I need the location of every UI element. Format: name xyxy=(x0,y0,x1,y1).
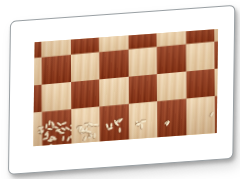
board-square xyxy=(128,47,157,77)
board-square xyxy=(42,82,71,112)
board-square xyxy=(71,79,100,109)
board-square xyxy=(215,68,218,96)
rice-grain xyxy=(84,135,88,140)
rice-grain xyxy=(66,136,70,141)
board-square xyxy=(157,44,186,74)
page-background xyxy=(0,0,240,179)
board-square xyxy=(70,52,99,82)
board-square xyxy=(186,42,215,72)
board-square xyxy=(33,41,41,59)
board-square xyxy=(100,104,129,146)
rice-grain xyxy=(57,129,62,133)
rice-grain xyxy=(56,122,61,126)
rice-grain xyxy=(50,144,55,147)
rice-grain xyxy=(141,123,143,128)
rice-grain xyxy=(119,127,121,132)
board-square xyxy=(157,99,186,141)
rice-grain xyxy=(141,120,146,123)
chessboard-photo xyxy=(33,29,218,146)
board-square xyxy=(157,72,186,102)
rice-grain xyxy=(210,111,214,116)
board-square xyxy=(99,77,128,107)
board-square xyxy=(186,69,215,99)
board-square xyxy=(128,74,157,104)
board-square xyxy=(42,109,71,146)
board-grid xyxy=(33,29,218,146)
board-square xyxy=(71,107,100,147)
board-square xyxy=(33,57,42,85)
rice-grain xyxy=(93,124,98,126)
rice-grain xyxy=(62,122,67,125)
rice-grain xyxy=(62,136,64,141)
board-square xyxy=(214,41,218,69)
rice-grain xyxy=(108,127,113,130)
board-square xyxy=(42,55,71,85)
rice-grain xyxy=(94,133,96,138)
rice-grain xyxy=(86,130,91,133)
board-square xyxy=(214,29,218,42)
rice-grain xyxy=(47,128,52,130)
board-square xyxy=(33,85,42,113)
board-square xyxy=(128,101,157,143)
board-square xyxy=(186,96,215,138)
photo-card xyxy=(8,5,235,175)
board-square xyxy=(215,95,218,136)
board-square xyxy=(99,50,128,80)
